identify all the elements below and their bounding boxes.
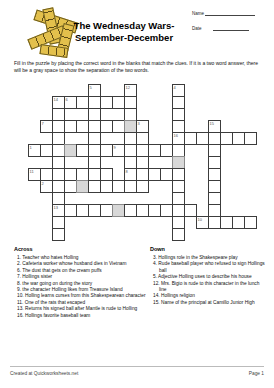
date-row: Date [192,25,268,31]
clue-item: 15. Name of the principal at Camillo Jun… [150,300,268,306]
footer-divider [10,366,264,367]
clue-item: 16. Hollings favorite baseball team [14,313,146,319]
across-clue-list: 1. Teacher who hates Holling2. Cafeteria… [14,255,146,319]
footer-credit: Created at Quickworksheets.net [10,371,78,376]
date-input-line[interactable] [213,25,249,31]
across-clues-section: Across 1. Teacher who hates Holling2. Ca… [14,246,146,319]
clue-item: 5. Adjective Holling uses to describe hi… [150,274,268,280]
worksheet-page: The Wednesday Wars- September-December N… [0,0,274,388]
title-line-2: September-December [60,32,188,44]
date-label: Date [192,26,202,31]
name-input-line[interactable] [205,10,255,16]
clue-item: 2. Cafeteria worker whose husband dies i… [14,261,146,267]
name-label: Name [192,11,204,16]
puzzle-cell[interactable] [52,228,65,241]
clue-item: 4. Rude baseball player who refused to s… [150,261,268,274]
clue-item: 13. Returns his signed ball after Mantle… [14,306,146,312]
name-row: Name [192,10,268,16]
down-clues-section: Down 3. Hollings role in the Shakespeare… [150,246,268,306]
page-title: The Wednesday Wars- September-December [60,20,188,44]
down-heading: Down [150,246,268,252]
clue-item: 12. Mrs. Bigio is rude to this character… [150,281,268,294]
puzzle-cell[interactable] [172,228,185,241]
puzzle-cell[interactable] [136,180,149,193]
down-clue-list: 3. Hollings role in the Shakespeare play… [150,255,268,306]
clue-item: 10. Holling learns curses from this Shak… [14,293,146,299]
name-date-block: Name Date [192,10,268,40]
crossword-grid: 51241467315161911821310 [28,84,257,241]
instructions-text: Fill in the puzzle by placing the correc… [14,60,262,73]
footer-page-number: Page 1 [249,371,264,376]
across-heading: Across [14,246,146,252]
puzzle-cell[interactable] [244,216,257,229]
title-line-1: The Wednesday Wars- [60,20,188,32]
puzzle-cell[interactable] [244,132,257,145]
